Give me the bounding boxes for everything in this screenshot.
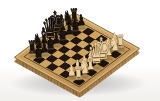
pieces-layer: ♜♞♝♛♚♝♞♜♟♟♟♟♟♟♟♟♟♟♟♟♟♟♟♟♜♞♝♛♚♝♞♜ (0, 0, 160, 101)
chess-set-photo: ♜♞♝♛♚♝♞♜♟♟♟♟♟♟♟♟♟♟♟♟♟♟♟♟♜♞♝♛♚♝♞♜ (0, 0, 160, 101)
